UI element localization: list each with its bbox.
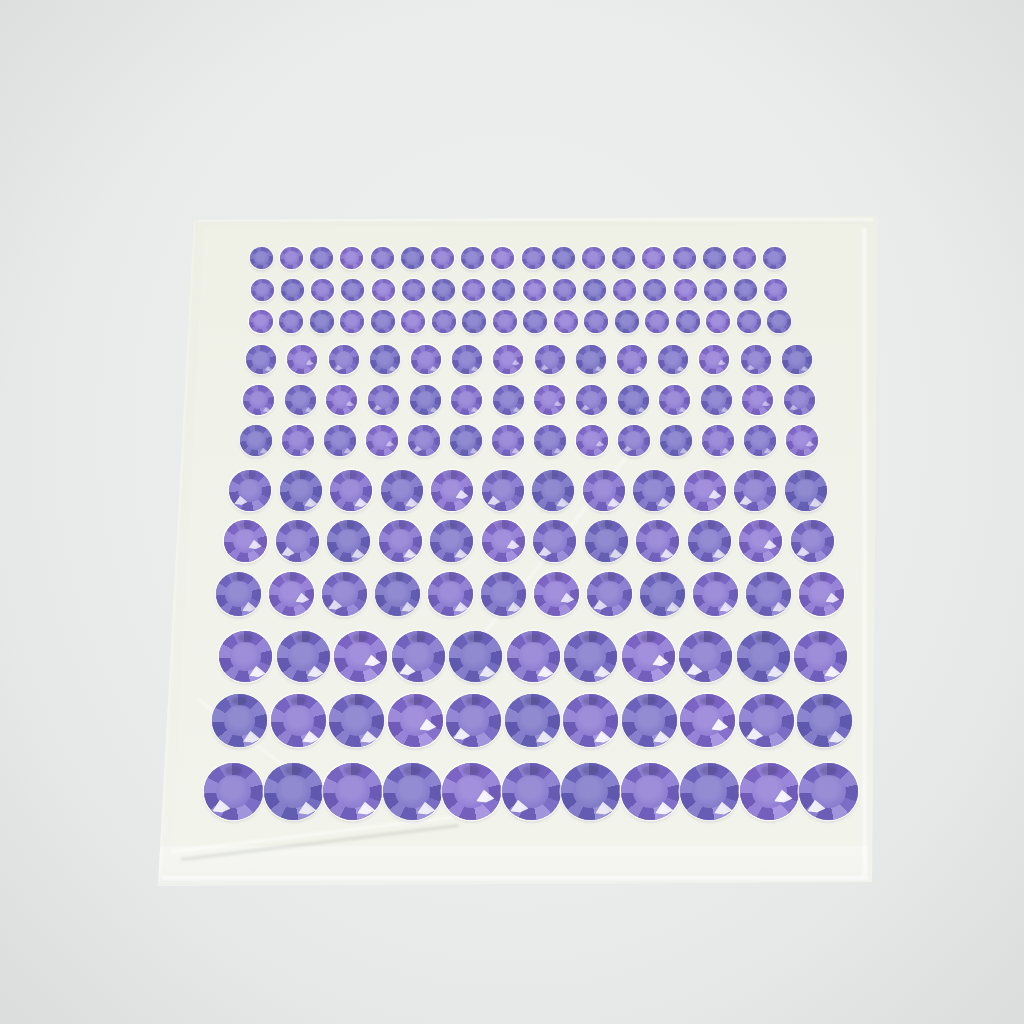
- gem: [408, 425, 440, 456]
- gem: [740, 763, 799, 820]
- gem-dark-reflection: [497, 522, 509, 529]
- gem-specular-highlight: [352, 548, 366, 559]
- gem: [642, 247, 665, 269]
- gem-specular-highlight: [510, 798, 529, 813]
- gem: [552, 247, 575, 269]
- gem: [287, 345, 317, 374]
- gem: [410, 385, 441, 415]
- gem-specular-highlight: [637, 406, 646, 412]
- gem-specular-highlight: [304, 406, 313, 412]
- gem-dark-reflection: [396, 472, 408, 479]
- gem-dark-reflection: [338, 574, 351, 581]
- gem-specular-highlight: [304, 497, 318, 508]
- gem-dark-reflection: [648, 472, 660, 479]
- gem: [763, 247, 786, 269]
- gem: [734, 279, 757, 301]
- gem-specular-highlight: [680, 447, 689, 454]
- gem: [341, 279, 364, 301]
- gem: [493, 385, 524, 415]
- gem: [375, 572, 420, 616]
- gem: [224, 520, 267, 562]
- gem-specular-highlight: [607, 497, 621, 508]
- gem-specular-highlight: [593, 599, 608, 610]
- gem-specular-highlight: [488, 495, 502, 506]
- gem-specular-highlight: [678, 406, 687, 412]
- gem-dark-reflection: [800, 472, 812, 479]
- gem-specular-highlight: [242, 601, 257, 612]
- gem: [522, 247, 545, 269]
- gem: [576, 345, 606, 374]
- gem: [684, 470, 726, 511]
- gem: [446, 694, 501, 747]
- gem: [371, 247, 394, 269]
- gem-specular-highlight: [825, 592, 840, 603]
- gem: [323, 763, 382, 820]
- gem-specular-highlight: [455, 548, 469, 559]
- gem-dark-reflection: [295, 472, 307, 479]
- gem-specular-highlight: [405, 497, 419, 508]
- gem-specular-highlight: [653, 654, 670, 667]
- gem-dark-reflection: [761, 766, 778, 775]
- gem: [622, 631, 675, 682]
- gem: [704, 279, 727, 301]
- gem-specular-highlight: [582, 405, 591, 411]
- gem-dark-reflection: [232, 574, 245, 581]
- gem-specular-highlight: [772, 601, 787, 612]
- gem: [680, 694, 735, 747]
- gem-specular-highlight: [718, 360, 726, 366]
- gem-specular-highlight: [790, 405, 799, 411]
- gem-specular-highlight: [265, 366, 273, 372]
- gem: [388, 694, 443, 747]
- gem: [366, 425, 398, 456]
- gem-dark-reflection: [754, 522, 766, 529]
- gem-specular-highlight: [389, 366, 397, 372]
- gem: [311, 279, 334, 301]
- gem-dark-reflection: [600, 522, 612, 529]
- gem: [285, 385, 316, 415]
- gem: [493, 310, 517, 333]
- gem: [734, 470, 776, 511]
- gem-dark-reflection: [813, 634, 828, 642]
- gem-specular-highlight: [797, 546, 811, 557]
- gem-dark-reflection: [548, 522, 560, 529]
- gem-dark-reflection: [468, 634, 483, 642]
- gem-specular-highlight: [420, 718, 438, 732]
- gem-specular-highlight: [537, 729, 555, 743]
- gem: [636, 520, 679, 562]
- gem: [482, 520, 525, 562]
- gem-dark-reflection: [391, 574, 404, 581]
- gem-specular-highlight: [740, 495, 754, 506]
- gem-specular-highlight: [507, 539, 521, 550]
- gem: [767, 310, 791, 333]
- gem-specular-highlight: [655, 801, 674, 816]
- gem-specular-highlight: [361, 729, 379, 743]
- gem-dark-reflection: [762, 574, 775, 581]
- gem-dark-reflection: [225, 766, 242, 775]
- gem: [432, 310, 456, 333]
- gem-dark-reflection: [523, 766, 540, 775]
- gem: [450, 425, 482, 456]
- gem: [280, 247, 303, 269]
- gem: [481, 572, 526, 616]
- gem-dark-reflection: [244, 472, 256, 479]
- gem-specular-highlight: [399, 663, 416, 676]
- gem-specular-highlight: [774, 789, 793, 804]
- gem: [534, 425, 566, 456]
- gem: [535, 345, 565, 374]
- gem: [379, 520, 422, 562]
- gem-specular-highlight: [328, 599, 343, 610]
- gem-dark-reflection: [285, 574, 298, 581]
- gem-dark-reflection: [651, 522, 663, 529]
- gem: [693, 572, 738, 616]
- gem-specular-highlight: [538, 665, 555, 678]
- gem-dark-reflection: [526, 634, 541, 642]
- gem: [617, 345, 647, 374]
- gem-dark-reflection: [232, 697, 247, 705]
- gem-specular-highlight: [636, 366, 644, 372]
- gem-specular-highlight: [595, 366, 603, 372]
- gem: [281, 279, 304, 301]
- gem: [563, 694, 618, 747]
- gem: [310, 247, 333, 269]
- gem-dark-reflection: [239, 522, 251, 529]
- gem: [310, 310, 334, 333]
- gem: [706, 310, 730, 333]
- gem-dark-reflection: [642, 766, 659, 775]
- gem-dark-reflection: [445, 522, 457, 529]
- gem-specular-highlight: [470, 406, 479, 412]
- gem: [277, 631, 330, 682]
- gem: [533, 520, 576, 562]
- gem-dark-reflection: [344, 766, 361, 775]
- gem: [269, 572, 314, 616]
- gem: [330, 470, 372, 511]
- gem-specular-highlight: [512, 360, 520, 366]
- gem: [660, 425, 692, 456]
- gem-grid: [0, 0, 1024, 1024]
- gem-specular-highlight: [212, 798, 231, 813]
- gem: [250, 247, 273, 269]
- gem-dark-reflection: [709, 574, 722, 581]
- gem-specular-highlight: [430, 366, 438, 372]
- gem-specular-highlight: [365, 654, 382, 667]
- gem-specular-highlight: [476, 789, 495, 804]
- gem-dark-reflection: [749, 472, 761, 479]
- gem: [618, 385, 649, 415]
- gem: [674, 279, 697, 301]
- gem: [392, 631, 445, 682]
- gem: [576, 385, 607, 415]
- gem: [576, 425, 608, 456]
- gem: [442, 763, 501, 820]
- gem-specular-highlight: [595, 665, 612, 678]
- gem-specular-highlight: [344, 447, 353, 454]
- gem: [229, 470, 271, 511]
- gem-dark-reflection: [291, 522, 303, 529]
- gem-dark-reflection: [285, 766, 302, 775]
- gem-specular-highlight: [807, 798, 826, 813]
- gem-specular-highlight: [540, 364, 548, 370]
- gem-specular-highlight: [414, 446, 423, 453]
- gem: [701, 385, 732, 415]
- gem-specular-highlight: [654, 729, 672, 743]
- gem-dark-reflection: [353, 634, 368, 642]
- gem: [461, 247, 484, 269]
- gem-specular-highlight: [720, 406, 729, 412]
- gem: [243, 385, 274, 415]
- gem: [523, 310, 547, 333]
- gem: [452, 345, 482, 374]
- gem: [431, 247, 454, 269]
- gem: [340, 247, 363, 269]
- gem: [411, 345, 441, 374]
- gem-specular-highlight: [235, 495, 249, 506]
- gem: [794, 631, 847, 682]
- gem: [502, 763, 561, 820]
- gem: [583, 470, 625, 511]
- gem: [622, 694, 677, 747]
- gem-dark-reflection: [444, 574, 457, 581]
- gem: [737, 631, 790, 682]
- gem-specular-highlight: [556, 497, 570, 508]
- gem: [271, 694, 326, 747]
- gem-specular-highlight: [374, 405, 383, 411]
- gem: [280, 470, 322, 511]
- gem: [327, 520, 370, 562]
- gem: [582, 247, 605, 269]
- gem-specular-highlight: [554, 447, 563, 454]
- gem: [554, 310, 578, 333]
- gem-specular-highlight: [282, 546, 296, 557]
- gem-specular-highlight: [539, 546, 553, 557]
- gem: [658, 345, 688, 374]
- gem: [246, 345, 276, 374]
- gem-specular-highlight: [712, 718, 730, 732]
- gem: [401, 247, 424, 269]
- gem: [621, 763, 680, 820]
- gem: [505, 694, 560, 747]
- gem: [799, 763, 858, 820]
- gem-specular-highlight: [809, 497, 823, 508]
- gem-specular-highlight: [303, 729, 321, 743]
- gem: [507, 631, 560, 682]
- gem-specular-highlight: [768, 665, 785, 678]
- gem: [612, 247, 635, 269]
- gem: [564, 631, 617, 682]
- gem-specular-highlight: [471, 366, 479, 372]
- gem: [329, 345, 359, 374]
- gem-dark-reflection: [525, 697, 540, 705]
- gem: [585, 520, 628, 562]
- gem: [249, 310, 273, 333]
- gem-dark-reflection: [394, 522, 406, 529]
- gem-specular-highlight: [260, 447, 269, 454]
- gem-dark-reflection: [463, 766, 480, 775]
- gem-dark-reflection: [582, 766, 599, 775]
- gem: [322, 572, 367, 616]
- gem-specular-highlight: [512, 406, 521, 412]
- gem-specular-highlight: [714, 801, 733, 816]
- gem-dark-reflection: [603, 574, 616, 581]
- gem: [633, 470, 675, 511]
- gem: [492, 425, 524, 456]
- gem-specular-highlight: [553, 400, 562, 406]
- gem: [491, 247, 514, 269]
- gem: [784, 385, 815, 415]
- gem-specular-highlight: [386, 441, 395, 448]
- gem-specular-highlight: [677, 366, 685, 372]
- gem: [482, 470, 524, 511]
- gem: [613, 279, 636, 301]
- gem-specular-highlight: [719, 601, 734, 612]
- gem: [615, 310, 639, 333]
- gem: [643, 279, 666, 301]
- gem: [534, 572, 579, 616]
- gem: [329, 694, 384, 747]
- gem: [703, 247, 726, 269]
- gem-specular-highlight: [357, 801, 376, 816]
- gem: [204, 763, 263, 820]
- gem: [746, 572, 791, 616]
- gem: [741, 345, 771, 374]
- gem-dark-reflection: [820, 766, 837, 775]
- gem-specular-highlight: [429, 406, 438, 412]
- gem-specular-highlight: [764, 539, 778, 550]
- gem: [326, 385, 357, 415]
- gem: [618, 425, 650, 456]
- gem: [372, 279, 395, 301]
- gem: [673, 247, 696, 269]
- gem-specular-highlight: [666, 601, 681, 612]
- gem: [368, 385, 399, 415]
- gem: [431, 470, 473, 511]
- gem-specular-highlight: [250, 665, 267, 678]
- gem: [430, 520, 473, 562]
- gem: [679, 631, 732, 682]
- gem: [449, 631, 502, 682]
- gem-specular-highlight: [722, 447, 731, 454]
- gem: [383, 763, 442, 820]
- gem: [251, 279, 274, 301]
- gem-dark-reflection: [342, 522, 354, 529]
- gem-specular-highlight: [686, 663, 703, 676]
- gem: [676, 310, 700, 333]
- gem-specular-highlight: [249, 539, 263, 550]
- gem: [782, 345, 812, 374]
- gem: [334, 631, 387, 682]
- gem: [282, 425, 314, 456]
- gem-specular-highlight: [661, 548, 675, 559]
- gem: [534, 385, 565, 415]
- gem: [744, 425, 776, 456]
- gem: [645, 310, 669, 333]
- gem-dark-reflection: [497, 472, 509, 479]
- gem: [381, 470, 423, 511]
- gem: [733, 247, 756, 269]
- gem-dark-reflection: [404, 766, 421, 775]
- gem: [462, 279, 485, 301]
- gem-dark-reflection: [815, 574, 828, 581]
- gem: [462, 310, 486, 333]
- gem: [702, 425, 734, 456]
- gem-dark-reflection: [411, 634, 426, 642]
- gem: [561, 763, 620, 820]
- gem: [402, 279, 425, 301]
- gem-specular-highlight: [345, 400, 354, 406]
- gem-dark-reflection: [408, 697, 423, 705]
- gem-specular-highlight: [308, 665, 325, 678]
- gem-dark-reflection: [703, 522, 715, 529]
- gem-specular-highlight: [806, 441, 815, 448]
- gem-specular-highlight: [404, 548, 418, 559]
- gem-dark-reflection: [817, 697, 832, 705]
- gem-dark-reflection: [756, 634, 771, 642]
- gem: [428, 572, 473, 616]
- gem-dark-reflection: [642, 697, 657, 705]
- gem-specular-highlight: [595, 729, 613, 743]
- gem: [240, 425, 272, 456]
- gem-dark-reflection: [547, 472, 559, 479]
- gem: [216, 572, 261, 616]
- gem-specular-highlight: [825, 665, 842, 678]
- gem-dark-reflection: [700, 697, 715, 705]
- gem-dark-reflection: [806, 522, 818, 529]
- gem: [340, 310, 364, 333]
- gem: [492, 279, 515, 301]
- gem-specular-highlight: [455, 489, 469, 500]
- gem-dark-reflection: [345, 472, 357, 479]
- gem-specular-highlight: [401, 601, 416, 612]
- gem-specular-highlight: [480, 665, 497, 678]
- gem-specular-highlight: [746, 364, 754, 370]
- gem: [764, 279, 787, 301]
- gem-specular-highlight: [454, 601, 469, 612]
- gem-specular-highlight: [747, 727, 765, 741]
- gem-dark-reflection: [698, 634, 713, 642]
- gem-specular-highlight: [560, 592, 575, 603]
- gem-specular-highlight: [417, 801, 436, 816]
- gem: [680, 763, 739, 820]
- gem: [324, 425, 356, 456]
- gem-dark-reflection: [759, 697, 774, 705]
- gem: [799, 572, 844, 616]
- gem: [264, 763, 323, 820]
- gem: [739, 694, 794, 747]
- gem: [451, 385, 482, 415]
- gem-specular-highlight: [334, 364, 342, 370]
- gem-dark-reflection: [238, 634, 253, 642]
- gem-dark-reflection: [291, 697, 306, 705]
- gem-dark-reflection: [497, 574, 510, 581]
- gem: [688, 520, 731, 562]
- gem: [786, 425, 818, 456]
- gem-specular-highlight: [298, 801, 317, 816]
- gem: [584, 310, 608, 333]
- gem-specular-highlight: [624, 446, 633, 453]
- photo-scene: [0, 0, 1024, 1024]
- gem: [640, 572, 685, 616]
- gem-dark-reflection: [296, 634, 311, 642]
- gem: [797, 694, 852, 747]
- gem-specular-highlight: [354, 497, 368, 508]
- gem: [742, 385, 773, 415]
- gem: [432, 279, 455, 301]
- gem-dark-reflection: [349, 697, 364, 705]
- gem-specular-highlight: [512, 447, 521, 454]
